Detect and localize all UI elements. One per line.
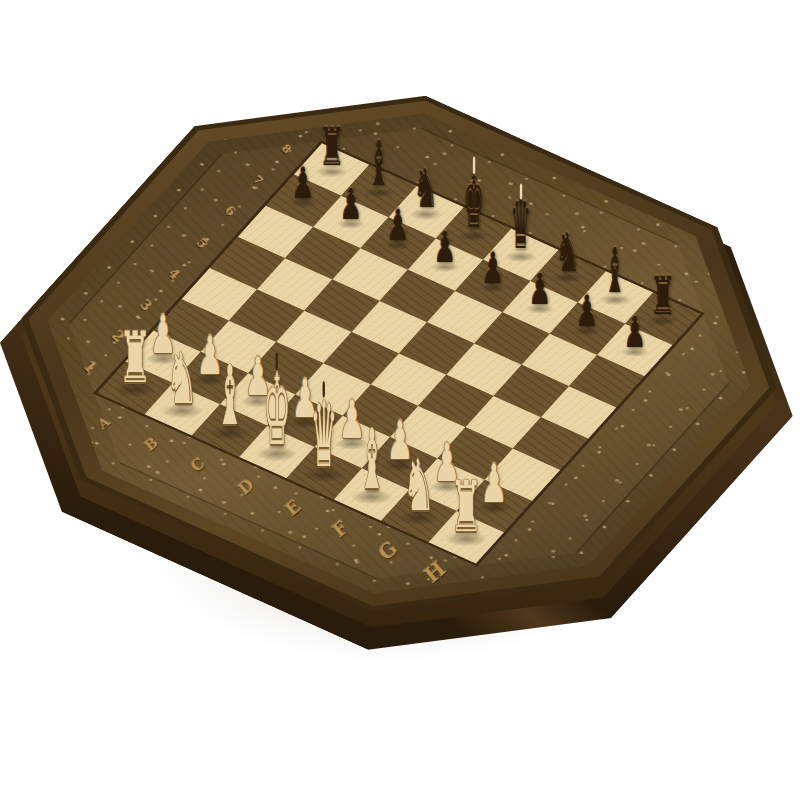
piece-white-rook[interactable]: ♜ — [450, 473, 483, 543]
royal-finial-dark — [276, 352, 278, 370]
piece-white-queen[interactable]: ♛ — [311, 390, 338, 480]
piece-white-knight[interactable]: ♞ — [403, 451, 435, 522]
royal-finial-light — [472, 156, 474, 174]
piece-white-knight[interactable]: ♞ — [166, 344, 198, 415]
piece-black-rook[interactable]: ♜ — [319, 121, 344, 174]
piece-black-knight[interactable]: ♞ — [414, 163, 438, 217]
piece-black-bishop[interactable]: ♝ — [605, 240, 625, 302]
piece-black-bishop[interactable]: ♝ — [369, 134, 389, 196]
piece-white-bishop[interactable]: ♝ — [216, 355, 243, 438]
piece-black-king[interactable]: ♚ — [463, 166, 483, 240]
piece-white-pawn[interactable]: ♟ — [481, 458, 508, 511]
piece-black-queen[interactable]: ♛ — [511, 192, 531, 260]
piece-white-rook[interactable]: ♜ — [118, 324, 151, 394]
piece-black-pawn[interactable]: ♟ — [340, 182, 362, 225]
piece-black-pawn[interactable]: ♟ — [529, 268, 551, 311]
royal-finial-dark — [323, 381, 325, 397]
piece-white-bishop[interactable]: ♝ — [358, 419, 385, 502]
piece-black-rook[interactable]: ♜ — [650, 270, 675, 323]
piece-white-king[interactable]: ♚ — [264, 362, 291, 460]
piece-black-pawn[interactable]: ♟ — [576, 289, 598, 332]
royal-finial-light — [520, 183, 522, 199]
piece-black-pawn[interactable]: ♟ — [292, 161, 314, 204]
piece-black-pawn[interactable]: ♟ — [624, 310, 646, 353]
piece-black-knight[interactable]: ♞ — [556, 227, 580, 281]
piece-black-pawn[interactable]: ♟ — [482, 246, 504, 289]
chess-photo-scene: ABCDEFGH12345678 ♜♞♝♚♛♝♞♜♟♟♟♟♟♟♟♟♟♟♟♟♟♟♟… — [0, 0, 800, 800]
piece-black-pawn[interactable]: ♟ — [434, 225, 456, 268]
piece-black-pawn[interactable]: ♟ — [387, 204, 409, 247]
